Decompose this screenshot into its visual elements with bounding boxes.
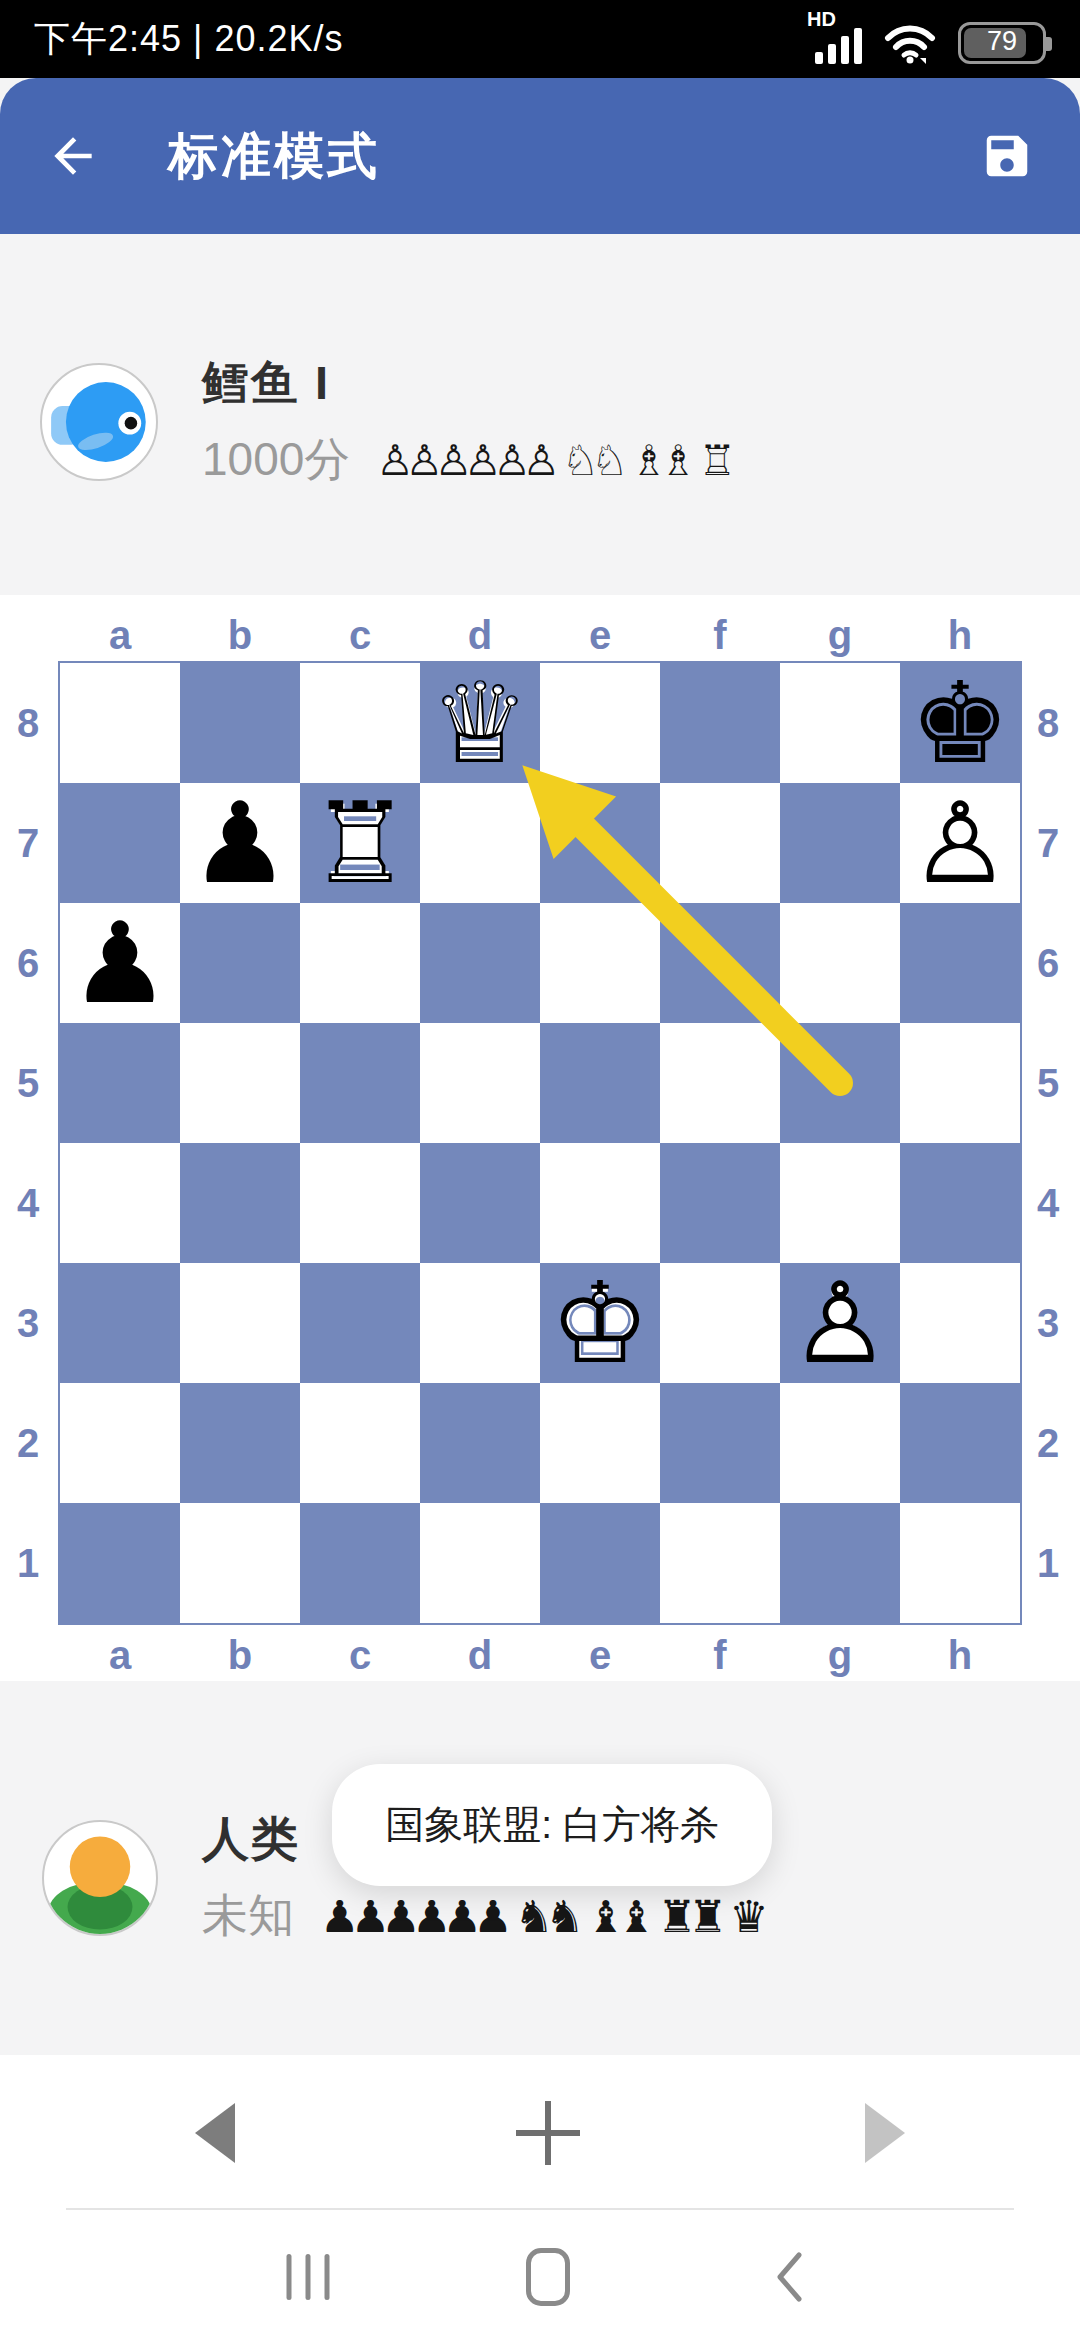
square-a1[interactable]: [60, 1503, 180, 1623]
square-c1[interactable]: [300, 1503, 420, 1623]
square-e6[interactable]: [540, 903, 660, 1023]
piece-fill: ♟: [780, 1263, 900, 1383]
square-f3[interactable]: [660, 1263, 780, 1383]
person-avatar-icon: [44, 1822, 156, 1934]
back-button[interactable]: [44, 127, 102, 185]
plus-icon: [516, 2101, 580, 2165]
square-g5[interactable]: [780, 1023, 900, 1143]
page-title: 标准模式: [168, 123, 380, 190]
square-d7[interactable]: [420, 783, 540, 903]
square-h8[interactable]: ♚: [900, 663, 1020, 783]
player-rating: 未知: [202, 1885, 294, 1947]
prev-move-button[interactable]: [195, 2103, 235, 2163]
square-d3[interactable]: [420, 1263, 540, 1383]
hd-badge: HD: [807, 8, 836, 31]
square-c5[interactable]: [300, 1023, 420, 1143]
square-d1[interactable]: [420, 1503, 540, 1623]
back-arrow-icon: [45, 128, 101, 184]
add-move-button[interactable]: [516, 2101, 580, 2165]
square-b6[interactable]: [180, 903, 300, 1023]
square-h3[interactable]: [900, 1263, 1020, 1383]
piece-fill: ♟: [900, 783, 1020, 903]
file-labels-top: abcdefgh: [60, 611, 1020, 659]
signal-icon: HD: [815, 14, 862, 64]
battery-percent: 79: [961, 26, 1043, 57]
square-h2[interactable]: [900, 1383, 1020, 1503]
square-a3[interactable]: [60, 1263, 180, 1383]
board-squares: ♛♕♚♟♜♖♟♙♟♚♔♟♙: [60, 663, 1020, 1623]
status-bar: 下午2:45 | 20.2K/s HD 79: [0, 0, 1080, 78]
square-f4[interactable]: [660, 1143, 780, 1263]
nav-home-button[interactable]: [526, 2248, 570, 2306]
square-b4[interactable]: [180, 1143, 300, 1263]
nav-recents-button[interactable]: [287, 2254, 330, 2300]
square-c3[interactable]: [300, 1263, 420, 1383]
opponent-name: 鳕鱼 I: [202, 352, 742, 415]
prev-move-icon: [195, 2103, 235, 2163]
square-e8[interactable]: [540, 663, 660, 783]
white-h7-piece: ♙: [900, 783, 1020, 903]
square-e3[interactable]: ♚♔: [540, 1263, 660, 1383]
square-f8[interactable]: [660, 663, 780, 783]
square-c2[interactable]: [300, 1383, 420, 1503]
next-move-button[interactable]: [865, 2103, 905, 2163]
piece-fill: ♛: [420, 663, 540, 783]
next-move-icon: [865, 2103, 905, 2163]
square-e7[interactable]: [540, 783, 660, 903]
piece-fill: ♚: [540, 1263, 660, 1383]
engine-message-text: 国象联盟: 白方将杀: [385, 1798, 719, 1852]
recents-icon: [287, 2254, 330, 2300]
square-g4[interactable]: [780, 1143, 900, 1263]
square-g7[interactable]: [780, 783, 900, 903]
white-d8-piece: ♕: [420, 663, 540, 783]
fish-avatar-icon: [42, 365, 156, 479]
square-e2[interactable]: [540, 1383, 660, 1503]
nav-back-icon: [771, 2249, 809, 2305]
opponent-avatar: [40, 363, 158, 481]
app-bar: 标准模式: [0, 78, 1080, 234]
opponent-rating: 1000分: [202, 429, 350, 491]
square-g3[interactable]: ♟♙: [780, 1263, 900, 1383]
square-f6[interactable]: [660, 903, 780, 1023]
square-d4[interactable]: [420, 1143, 540, 1263]
battery-icon: 79: [958, 22, 1046, 64]
square-h7[interactable]: ♟♙: [900, 783, 1020, 903]
square-a2[interactable]: [60, 1383, 180, 1503]
status-time-speed: 下午2:45 | 20.2K/s: [34, 15, 344, 64]
file-labels-bottom: abcdefgh: [60, 1631, 1020, 1679]
square-b5[interactable]: [180, 1023, 300, 1143]
square-e5[interactable]: [540, 1023, 660, 1143]
white-g3-piece: ♙: [780, 1263, 900, 1383]
engine-message-bubble: 国象联盟: 白方将杀: [332, 1764, 772, 1886]
square-f1[interactable]: [660, 1503, 780, 1623]
rank-labels-left: 87654321: [8, 663, 48, 1623]
square-b7[interactable]: ♟: [180, 783, 300, 903]
square-e1[interactable]: [540, 1503, 660, 1623]
nav-back-button[interactable]: [771, 2249, 809, 2305]
square-a7[interactable]: [60, 783, 180, 903]
square-g1[interactable]: [780, 1503, 900, 1623]
controls-card: [0, 2055, 1080, 2340]
square-h6[interactable]: [900, 903, 1020, 1023]
black-h8-piece: ♚: [900, 663, 1020, 783]
square-b3[interactable]: [180, 1263, 300, 1383]
square-b1[interactable]: [180, 1503, 300, 1623]
square-h1[interactable]: [900, 1503, 1020, 1623]
opponent-info: 鳕鱼 I 1000分 ♙♙♙♙♙♙ ♘♘ ♗♗ ♖: [40, 352, 742, 491]
square-d5[interactable]: [420, 1023, 540, 1143]
square-a5[interactable]: [60, 1023, 180, 1143]
white-e3-piece: ♔: [540, 1263, 660, 1383]
square-g2[interactable]: [780, 1383, 900, 1503]
square-a4[interactable]: [60, 1143, 180, 1263]
save-icon: [980, 129, 1034, 183]
square-c6[interactable]: [300, 903, 420, 1023]
player-avatar: [42, 1820, 158, 1936]
square-h5[interactable]: [900, 1023, 1020, 1143]
square-g8[interactable]: [780, 663, 900, 783]
rank-labels-right: 87654321: [1028, 663, 1068, 1623]
black-b7-piece: ♟: [180, 783, 300, 903]
wifi-icon: [884, 22, 936, 64]
square-a8[interactable]: [60, 663, 180, 783]
save-button[interactable]: [978, 127, 1036, 185]
square-f5[interactable]: [660, 1023, 780, 1143]
square-d8[interactable]: ♛♕: [420, 663, 540, 783]
square-a6[interactable]: ♟: [60, 903, 180, 1023]
captured-white-pieces: ♙♙♙♙♙♙ ♘♘ ♗♗ ♖: [376, 436, 741, 485]
square-f7[interactable]: [660, 783, 780, 903]
square-d6[interactable]: [420, 903, 540, 1023]
square-d2[interactable]: [420, 1383, 540, 1503]
square-b2[interactable]: [180, 1383, 300, 1503]
screen: 下午2:45 | 20.2K/s HD 79: [0, 0, 1080, 2340]
square-g6[interactable]: [780, 903, 900, 1023]
home-icon: [526, 2248, 570, 2306]
square-c4[interactable]: [300, 1143, 420, 1263]
board-card: abcdefgh 87654321 87654321 ♛♕♚♟♜♖♟♙♟♚♔♟♙…: [0, 595, 1080, 1681]
square-c8[interactable]: [300, 663, 420, 783]
square-e4[interactable]: [540, 1143, 660, 1263]
square-c7[interactable]: ♜♖: [300, 783, 420, 903]
piece-fill: ♜: [300, 783, 420, 903]
square-f2[interactable]: [660, 1383, 780, 1503]
black-a6-piece: ♟: [60, 903, 180, 1023]
square-b8[interactable]: [180, 663, 300, 783]
square-h4[interactable]: [900, 1143, 1020, 1263]
captured-black-pieces: ♟♟♟♟♟♟ ♞♞ ♝♝ ♜♜ ♛: [320, 1891, 774, 1942]
white-c7-piece: ♖: [300, 783, 420, 903]
divider: [66, 2208, 1014, 2210]
